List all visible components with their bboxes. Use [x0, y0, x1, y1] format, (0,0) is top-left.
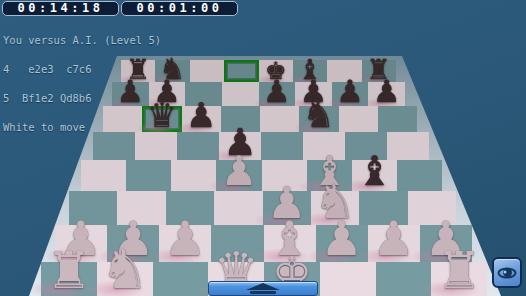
chess-app-screen: 00:14:18 00:01:00 You versus A.I. (Level…	[0, 0, 526, 296]
square-b4[interactable]	[126, 160, 171, 191]
square-h4[interactable]	[397, 160, 442, 191]
board-rank-4: ♟♝♝	[81, 160, 442, 191]
eye-glint	[504, 270, 507, 273]
square-g6[interactable]	[339, 106, 378, 132]
square-f6[interactable]: ♞	[299, 106, 338, 132]
white-pawn-c2[interactable]: ♟	[168, 206, 203, 264]
black-pawn-c6[interactable]: ♟	[188, 92, 213, 134]
square-d8[interactable]	[224, 60, 258, 82]
square-h5[interactable]	[387, 132, 429, 160]
square-c8[interactable]	[190, 60, 224, 82]
black-pawn-e7[interactable]: ♟	[265, 70, 288, 108]
square-a4[interactable]	[81, 160, 126, 191]
white-clock: 00:14:18	[2, 1, 119, 16]
black-clock: 00:01:00	[121, 1, 238, 16]
square-d4[interactable]: ♟	[216, 160, 261, 191]
white-pawn-g2[interactable]: ♟	[376, 206, 411, 264]
white-pawn-d4[interactable]: ♟	[224, 143, 254, 193]
square-h6[interactable]	[378, 106, 417, 132]
status-line-players: You versus A.I. (Level 5)	[3, 36, 161, 46]
square-b1[interactable]: ♞	[97, 262, 153, 296]
black-bishop-g4[interactable]: ♝	[359, 143, 389, 193]
black-knight-f6[interactable]: ♞	[306, 92, 331, 134]
status-line-move-4: 4 e2e3 c7c6	[3, 65, 161, 75]
black-pawn-g7[interactable]: ♟	[339, 70, 362, 108]
eye-icon	[498, 267, 517, 278]
square-f1[interactable]	[320, 262, 376, 296]
eject-arrow-icon	[241, 283, 285, 295]
square-c6[interactable]: ♟	[182, 106, 221, 132]
square-h1[interactable]: ♜	[431, 262, 487, 296]
status-line-move-5: 5 Bf1e2 Qd8b6	[3, 94, 161, 104]
square-e5[interactable]	[261, 132, 303, 160]
status-line-turn: White to move	[3, 123, 161, 133]
white-pawn-f2[interactable]: ♟	[324, 206, 359, 264]
view-toggle-button[interactable]	[492, 257, 522, 288]
game-status-panel: You versus A.I. (Level 5) 4 e2e3 c7c6 5 …	[3, 17, 161, 151]
black-pawn-h7[interactable]: ♟	[375, 70, 398, 108]
pull-up-menu-button[interactable]	[208, 281, 318, 296]
white-rook-a1[interactable]: ♜	[50, 236, 87, 296]
square-g4[interactable]: ♝	[352, 160, 397, 191]
white-knight-b1[interactable]: ♞	[106, 236, 143, 296]
square-h7[interactable]: ♟	[368, 82, 405, 106]
square-c2[interactable]: ♟	[159, 225, 211, 262]
white-rook-h1[interactable]: ♜	[440, 236, 477, 296]
